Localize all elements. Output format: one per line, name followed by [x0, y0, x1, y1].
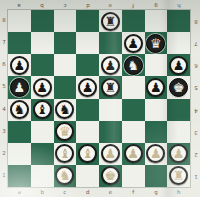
square-d3[interactable] — [76, 121, 99, 143]
chess-board: ♜♟♛♟♟♞♟♟♟♟♜♟♚♞♝♞♛♝♝♟♟♟♟♞♚♜ — [8, 10, 190, 187]
square-f2[interactable]: ♟ — [122, 143, 145, 165]
white-pawn-g2[interactable]: ♟ — [146, 144, 165, 163]
square-b4[interactable]: ♝ — [31, 99, 54, 121]
square-g7[interactable]: ♛ — [145, 32, 168, 54]
coord-right-2: 2 — [192, 151, 200, 157]
coord-bottom-b: b — [38, 190, 46, 196]
coord-left-5: 5 — [0, 84, 8, 90]
coord-top-e: e — [106, 2, 114, 8]
square-e4[interactable] — [99, 99, 122, 121]
square-c2[interactable]: ♝ — [54, 143, 77, 165]
square-h7[interactable] — [167, 32, 190, 54]
square-h1[interactable]: ♜ — [167, 165, 190, 187]
coord-bottom-c: c — [61, 190, 69, 196]
square-f8[interactable] — [122, 10, 145, 32]
square-d7[interactable] — [76, 32, 99, 54]
coord-bottom-f: f — [129, 190, 137, 196]
square-d2[interactable]: ♝ — [76, 143, 99, 165]
square-d5[interactable]: ♟ — [76, 76, 99, 98]
coord-top-f: f — [129, 2, 137, 8]
square-f7[interactable]: ♟ — [122, 32, 145, 54]
square-c3[interactable]: ♛ — [54, 121, 77, 143]
white-bishop-d2[interactable]: ♝ — [78, 144, 97, 163]
square-d8[interactable] — [76, 10, 99, 32]
square-b6[interactable] — [31, 54, 54, 76]
square-g5[interactable]: ♟ — [145, 76, 168, 98]
coord-bottom-d: d — [84, 190, 92, 196]
coord-left-2: 2 — [0, 151, 8, 157]
black-knight-f6[interactable]: ♞ — [124, 56, 143, 75]
black-pawn-a5[interactable]: ♟ — [10, 78, 29, 97]
coord-top-h: h — [175, 2, 183, 8]
white-pawn-a6[interactable]: ♟ — [10, 56, 29, 75]
coord-bottom-a: a — [15, 190, 23, 196]
square-b2[interactable] — [31, 143, 54, 165]
white-pawn-d5[interactable]: ♟ — [78, 78, 97, 97]
square-g6[interactable] — [145, 54, 168, 76]
square-c4[interactable]: ♞ — [54, 99, 77, 121]
white-rook-h1[interactable]: ♜ — [169, 166, 188, 185]
white-pawn-h2[interactable]: ♟ — [169, 144, 188, 163]
coord-top-a: a — [15, 2, 23, 8]
coord-top-c: c — [61, 2, 69, 8]
square-a6[interactable]: ♟ — [8, 54, 31, 76]
white-rook-e5[interactable]: ♜ — [101, 78, 120, 97]
square-b5[interactable]: ♟ — [31, 76, 54, 98]
white-bishop-c2[interactable]: ♝ — [55, 144, 74, 163]
square-h4[interactable] — [167, 99, 190, 121]
coord-right-1: 1 — [192, 173, 200, 179]
white-pawn-f7[interactable]: ♟ — [124, 34, 143, 53]
coord-left-7: 7 — [0, 40, 8, 46]
white-pawn-h6[interactable]: ♟ — [169, 56, 188, 75]
square-a2[interactable] — [8, 143, 31, 165]
coord-right-5: 5 — [192, 84, 200, 90]
square-e6[interactable]: ♟ — [99, 54, 122, 76]
square-b1[interactable] — [31, 165, 54, 187]
coord-bottom-h: h — [175, 190, 183, 196]
square-c7[interactable] — [54, 32, 77, 54]
square-a8[interactable] — [8, 10, 31, 32]
square-h5[interactable]: ♚ — [167, 76, 190, 98]
white-bishop-b4[interactable]: ♝ — [33, 100, 52, 119]
white-king-e1[interactable]: ♚ — [101, 166, 120, 185]
white-knight-c4[interactable]: ♞ — [55, 100, 74, 119]
white-pawn-e2[interactable]: ♟ — [101, 144, 120, 163]
coord-left-8: 8 — [0, 18, 8, 24]
square-e5[interactable]: ♜ — [99, 76, 122, 98]
square-a3[interactable] — [8, 121, 31, 143]
square-g1[interactable] — [145, 165, 168, 187]
square-e8[interactable]: ♜ — [99, 10, 122, 32]
square-c6[interactable] — [54, 54, 77, 76]
black-queen-g7[interactable]: ♛ — [146, 34, 165, 53]
square-c1[interactable]: ♞ — [54, 165, 77, 187]
coord-right-3: 3 — [192, 129, 200, 135]
square-g4[interactable] — [145, 99, 168, 121]
square-g8[interactable] — [145, 10, 168, 32]
square-b7[interactable] — [31, 32, 54, 54]
board-photo: ♜♟♛♟♟♞♟♟♟♟♜♟♚♞♝♞♛♝♝♟♟♟♟♞♚♜ aabbccddeeffg… — [0, 0, 200, 197]
white-pawn-e6[interactable]: ♟ — [101, 56, 120, 75]
square-d6[interactable] — [76, 54, 99, 76]
coord-bottom-g: g — [152, 190, 160, 196]
coord-top-b: b — [38, 2, 46, 8]
square-c8[interactable] — [54, 10, 77, 32]
square-a1[interactable] — [8, 165, 31, 187]
white-knight-a4[interactable]: ♞ — [10, 100, 29, 119]
square-g3[interactable] — [145, 121, 168, 143]
coord-top-d: d — [84, 2, 92, 8]
square-a5[interactable]: ♟ — [8, 76, 31, 98]
white-queen-c3[interactable]: ♛ — [55, 122, 74, 141]
white-knight-c1[interactable]: ♞ — [55, 166, 74, 185]
square-g2[interactable]: ♟ — [145, 143, 168, 165]
square-e1[interactable]: ♚ — [99, 165, 122, 187]
coord-left-3: 3 — [0, 129, 8, 135]
coord-right-7: 7 — [192, 40, 200, 46]
coord-right-6: 6 — [192, 62, 200, 68]
square-f6[interactable]: ♞ — [122, 54, 145, 76]
square-h6[interactable]: ♟ — [167, 54, 190, 76]
white-pawn-g5[interactable]: ♟ — [146, 78, 165, 97]
white-rook-e8[interactable]: ♜ — [101, 12, 120, 31]
square-b8[interactable] — [31, 10, 54, 32]
square-e2[interactable]: ♟ — [99, 143, 122, 165]
square-d1[interactable] — [76, 165, 99, 187]
square-a7[interactable] — [8, 32, 31, 54]
square-d4[interactable] — [76, 99, 99, 121]
square-a4[interactable]: ♞ — [8, 99, 31, 121]
square-h3[interactable] — [167, 121, 190, 143]
coord-bottom-e: e — [106, 190, 114, 196]
coord-right-4: 4 — [192, 107, 200, 113]
white-pawn-f2[interactable]: ♟ — [124, 144, 143, 163]
coord-left-6: 6 — [0, 62, 8, 68]
square-b3[interactable] — [31, 121, 54, 143]
coord-left-4: 4 — [0, 107, 8, 113]
square-f4[interactable] — [122, 99, 145, 121]
square-h2[interactable]: ♟ — [167, 143, 190, 165]
coord-right-8: 8 — [192, 18, 200, 24]
square-f5[interactable] — [122, 76, 145, 98]
square-e3[interactable] — [99, 121, 122, 143]
coord-left-1: 1 — [0, 173, 8, 179]
white-pawn-b5[interactable]: ♟ — [33, 78, 52, 97]
square-f3[interactable] — [122, 121, 145, 143]
square-e7[interactable] — [99, 32, 122, 54]
coord-top-g: g — [152, 2, 160, 8]
black-king-h5[interactable]: ♚ — [169, 78, 188, 97]
square-f1[interactable] — [122, 165, 145, 187]
square-h8[interactable] — [167, 10, 190, 32]
square-c5[interactable] — [54, 76, 77, 98]
